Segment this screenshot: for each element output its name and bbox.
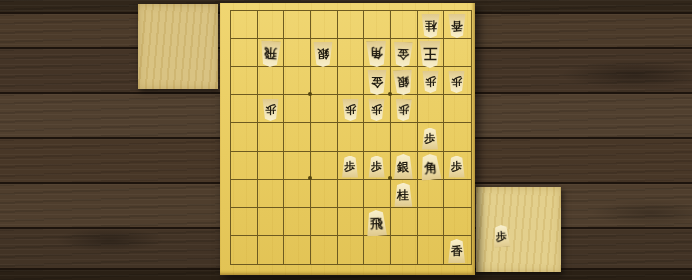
board-cell[interactable] (311, 67, 338, 95)
board-cell[interactable] (284, 95, 311, 123)
board-cell[interactable] (284, 11, 311, 39)
piece-kanji: 歩 (425, 133, 436, 144)
piece-kanji: 銀 (397, 161, 409, 173)
board-cell[interactable] (311, 180, 338, 208)
star-point (388, 176, 392, 180)
piece-kanji: 香 (451, 20, 463, 32)
piece-kanji: 金 (397, 48, 409, 60)
piece-kanji: 歩 (425, 77, 436, 88)
board-cell[interactable] (258, 67, 285, 95)
board-cell[interactable] (231, 236, 258, 264)
board-cell[interactable] (391, 123, 418, 151)
board-cell[interactable] (338, 208, 365, 236)
board-cell[interactable] (338, 67, 365, 95)
piece-kanji: 歩 (451, 161, 462, 172)
board-cell[interactable] (338, 236, 365, 264)
board-cell[interactable] (444, 123, 471, 151)
piece-kanji: 桂 (424, 20, 436, 32)
shogi-photo-scene: 香桂飛銀角金王金銀歩歩歩歩歩歩歩歩歩銀角歩桂飛香歩 (0, 0, 692, 280)
board-cell[interactable] (391, 11, 418, 39)
board-cell[interactable] (338, 39, 365, 67)
board-cell[interactable] (231, 208, 258, 236)
board-cell[interactable] (311, 11, 338, 39)
piece-kanji: 銀 (317, 48, 329, 60)
board-cell[interactable] (364, 123, 391, 151)
board-cell[interactable] (231, 39, 258, 67)
board-cell[interactable] (258, 152, 285, 180)
piece-kanji: 歩 (371, 161, 382, 172)
board-cell[interactable] (231, 152, 258, 180)
star-point (388, 92, 392, 96)
piece-kanji: 歩 (345, 161, 356, 172)
board-cell[interactable] (258, 11, 285, 39)
piece-kanji: 角 (423, 160, 437, 174)
board-cell[interactable] (231, 95, 258, 123)
piece-kanji: 銀 (397, 76, 410, 89)
piece-kanji: 歩 (398, 105, 409, 116)
board-cell[interactable] (418, 95, 445, 123)
piece-kanji: 飛 (263, 47, 277, 61)
board-cell[interactable] (284, 152, 311, 180)
board-cell[interactable] (311, 236, 338, 264)
board-cell[interactable] (444, 180, 471, 208)
board-cell[interactable] (418, 236, 445, 264)
piece-kanji: 金 (371, 76, 383, 88)
board-cell[interactable] (444, 208, 471, 236)
piece-kanji: 歩 (371, 105, 382, 116)
piece-kanji: 歩 (495, 230, 507, 242)
piece-kanji: 歩 (451, 77, 462, 88)
board-cell[interactable] (364, 180, 391, 208)
board-cell[interactable] (311, 208, 338, 236)
board-cell[interactable] (284, 208, 311, 236)
right-komadai-tray (476, 187, 561, 272)
board-cell[interactable] (231, 123, 258, 151)
board-cell[interactable] (338, 180, 365, 208)
star-point (308, 176, 312, 180)
piece-kanji: 歩 (265, 105, 276, 116)
board-cell[interactable] (258, 180, 285, 208)
board-cell[interactable] (311, 95, 338, 123)
board-cell[interactable] (284, 39, 311, 67)
board-cell[interactable] (311, 123, 338, 151)
board-cell[interactable] (231, 180, 258, 208)
board-cell[interactable] (391, 236, 418, 264)
board-cell[interactable] (284, 123, 311, 151)
piece-kanji: 歩 (345, 105, 356, 116)
piece-kanji: 王 (423, 47, 437, 61)
piece-kanji: 香 (451, 245, 463, 257)
board-cell[interactable] (231, 67, 258, 95)
board-cell[interactable] (284, 180, 311, 208)
board-cell[interactable] (258, 208, 285, 236)
board-cell[interactable] (444, 95, 471, 123)
board-cell[interactable] (284, 67, 311, 95)
board-cell[interactable] (364, 236, 391, 264)
board-cell[interactable] (338, 11, 365, 39)
board-cell[interactable] (284, 236, 311, 264)
board-cell[interactable] (418, 208, 445, 236)
piece-kanji: 角 (370, 47, 383, 60)
piece-kanji: 飛 (370, 216, 384, 230)
board-cell[interactable] (258, 236, 285, 264)
board-cell[interactable] (311, 152, 338, 180)
board-cell[interactable] (231, 11, 258, 39)
star-point (308, 92, 312, 96)
board-cell[interactable] (258, 123, 285, 151)
board-cell[interactable] (364, 11, 391, 39)
board-cell[interactable] (338, 123, 365, 151)
left-komadai-tray (138, 4, 218, 89)
piece-kanji: 桂 (397, 189, 409, 201)
board-cell[interactable] (391, 208, 418, 236)
board-cell[interactable] (418, 180, 445, 208)
board-cell[interactable] (444, 39, 471, 67)
